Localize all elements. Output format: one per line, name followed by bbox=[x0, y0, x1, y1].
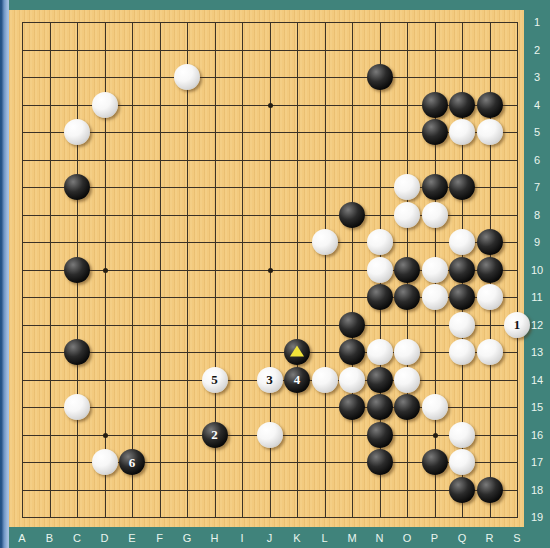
row-label-10: 10 bbox=[524, 263, 550, 277]
column-label-N: N bbox=[370, 531, 390, 545]
row-label-13: 13 bbox=[524, 345, 550, 359]
row-label-15: 15 bbox=[524, 400, 550, 414]
stone-black-H16: 2 bbox=[202, 422, 228, 448]
column-label-G: G bbox=[177, 531, 197, 545]
stone-black-M12 bbox=[339, 312, 365, 338]
row-label-17: 17 bbox=[524, 455, 550, 469]
stone-white-L9 bbox=[312, 229, 338, 255]
move-number-label: 2 bbox=[211, 428, 218, 441]
stone-white-R5 bbox=[477, 119, 503, 145]
stone-white-Q17 bbox=[449, 449, 475, 475]
stone-white-C5 bbox=[64, 119, 90, 145]
column-label-A: A bbox=[12, 531, 32, 545]
stone-black-M13 bbox=[339, 339, 365, 365]
go-game-screen: 153426 12345678910111213141516171819ABCD… bbox=[0, 0, 550, 548]
star-point bbox=[268, 103, 273, 108]
stone-black-R18 bbox=[477, 477, 503, 503]
stone-white-J16 bbox=[257, 422, 283, 448]
stone-black-N16 bbox=[367, 422, 393, 448]
grid-line-vertical bbox=[297, 22, 298, 518]
stone-white-L14 bbox=[312, 367, 338, 393]
column-label-D: D bbox=[95, 531, 115, 545]
column-label-R: R bbox=[480, 531, 500, 545]
move-number-label: 1 bbox=[514, 318, 521, 331]
stone-black-N17 bbox=[367, 449, 393, 475]
star-point bbox=[103, 268, 108, 273]
move-number-label: 6 bbox=[129, 456, 136, 469]
move-number-label: 3 bbox=[266, 373, 273, 386]
column-label-B: B bbox=[40, 531, 60, 545]
stone-black-O11 bbox=[394, 284, 420, 310]
stone-black-Q7 bbox=[449, 174, 475, 200]
column-label-P: P bbox=[425, 531, 445, 545]
stone-white-Q5 bbox=[449, 119, 475, 145]
stone-white-C15 bbox=[64, 394, 90, 420]
row-label-16: 16 bbox=[524, 428, 550, 442]
stone-white-O13 bbox=[394, 339, 420, 365]
stone-white-Q16 bbox=[449, 422, 475, 448]
row-label-2: 2 bbox=[524, 43, 550, 57]
triangle-marker-icon bbox=[290, 346, 304, 357]
stone-black-C10 bbox=[64, 257, 90, 283]
row-label-14: 14 bbox=[524, 373, 550, 387]
stone-black-N14 bbox=[367, 367, 393, 393]
grid-line-horizontal bbox=[22, 490, 518, 491]
stone-white-Q13 bbox=[449, 339, 475, 365]
stone-black-E17: 6 bbox=[119, 449, 145, 475]
grid-line-vertical bbox=[517, 22, 518, 518]
stone-white-N9 bbox=[367, 229, 393, 255]
stone-white-P11 bbox=[422, 284, 448, 310]
stone-black-Q11 bbox=[449, 284, 475, 310]
column-label-C: C bbox=[67, 531, 87, 545]
stone-black-O15 bbox=[394, 394, 420, 420]
stone-white-H14: 5 bbox=[202, 367, 228, 393]
row-label-11: 11 bbox=[524, 290, 550, 304]
grid-line-vertical bbox=[352, 22, 353, 518]
left-border-strip bbox=[0, 0, 9, 548]
row-label-3: 3 bbox=[524, 70, 550, 84]
row-label-18: 18 bbox=[524, 483, 550, 497]
stone-white-N10 bbox=[367, 257, 393, 283]
star-point bbox=[103, 433, 108, 438]
stone-white-Q9 bbox=[449, 229, 475, 255]
column-label-E: E bbox=[122, 531, 142, 545]
stone-black-K13 bbox=[284, 339, 310, 365]
stone-white-M14 bbox=[339, 367, 365, 393]
grid-line-vertical bbox=[325, 22, 326, 518]
column-label-O: O bbox=[397, 531, 417, 545]
row-label-12: 12 bbox=[524, 318, 550, 332]
column-label-L: L bbox=[315, 531, 335, 545]
stone-black-Q18 bbox=[449, 477, 475, 503]
row-label-19: 19 bbox=[524, 510, 550, 524]
stone-black-P5 bbox=[422, 119, 448, 145]
grid-line-horizontal bbox=[22, 325, 518, 326]
stone-white-O14 bbox=[394, 367, 420, 393]
stone-white-O7 bbox=[394, 174, 420, 200]
stone-black-Q4 bbox=[449, 92, 475, 118]
grid-line-horizontal bbox=[22, 517, 518, 518]
stone-black-K14: 4 bbox=[284, 367, 310, 393]
stone-white-D4 bbox=[92, 92, 118, 118]
stone-black-M8 bbox=[339, 202, 365, 228]
stone-white-G3 bbox=[174, 64, 200, 90]
stone-white-D17 bbox=[92, 449, 118, 475]
stone-black-R4 bbox=[477, 92, 503, 118]
row-label-9: 9 bbox=[524, 235, 550, 249]
stone-white-P10 bbox=[422, 257, 448, 283]
stone-white-R11 bbox=[477, 284, 503, 310]
stone-white-O8 bbox=[394, 202, 420, 228]
stone-black-P17 bbox=[422, 449, 448, 475]
stone-black-P7 bbox=[422, 174, 448, 200]
column-label-I: I bbox=[232, 531, 252, 545]
column-label-H: H bbox=[205, 531, 225, 545]
stone-white-N13 bbox=[367, 339, 393, 365]
star-point bbox=[268, 268, 273, 273]
row-label-4: 4 bbox=[524, 98, 550, 112]
stone-black-M15 bbox=[339, 394, 365, 420]
row-label-5: 5 bbox=[524, 125, 550, 139]
row-label-1: 1 bbox=[524, 15, 550, 29]
grid-line-horizontal bbox=[22, 352, 518, 353]
stone-black-R9 bbox=[477, 229, 503, 255]
stone-white-Q12 bbox=[449, 312, 475, 338]
go-board[interactable]: 153426 bbox=[9, 10, 524, 527]
stone-black-C13 bbox=[64, 339, 90, 365]
stone-white-P15 bbox=[422, 394, 448, 420]
star-point bbox=[433, 433, 438, 438]
row-label-8: 8 bbox=[524, 208, 550, 222]
row-label-6: 6 bbox=[524, 153, 550, 167]
column-label-S: S bbox=[507, 531, 527, 545]
stone-black-R10 bbox=[477, 257, 503, 283]
stone-black-O10 bbox=[394, 257, 420, 283]
move-number-label: 5 bbox=[211, 373, 218, 386]
stone-black-P4 bbox=[422, 92, 448, 118]
row-label-7: 7 bbox=[524, 180, 550, 194]
stone-black-N11 bbox=[367, 284, 393, 310]
column-label-J: J bbox=[260, 531, 280, 545]
stone-black-N15 bbox=[367, 394, 393, 420]
column-label-K: K bbox=[287, 531, 307, 545]
stone-white-R13 bbox=[477, 339, 503, 365]
stone-white-P8 bbox=[422, 202, 448, 228]
stone-black-Q10 bbox=[449, 257, 475, 283]
stone-black-C7 bbox=[64, 174, 90, 200]
column-label-Q: Q bbox=[452, 531, 472, 545]
column-label-M: M bbox=[342, 531, 362, 545]
stone-black-N3 bbox=[367, 64, 393, 90]
move-number-label: 4 bbox=[294, 373, 301, 386]
stone-white-J14: 3 bbox=[257, 367, 283, 393]
column-label-F: F bbox=[150, 531, 170, 545]
